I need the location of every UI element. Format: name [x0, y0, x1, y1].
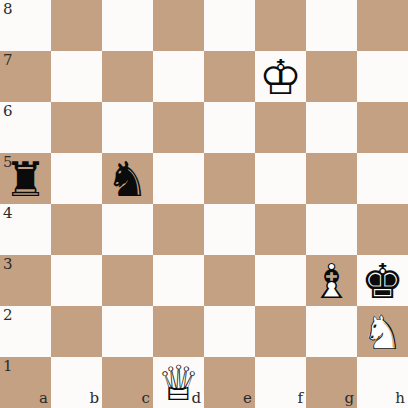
square-a6[interactable]: 6 — [0, 102, 51, 153]
rank-label-4: 4 — [3, 206, 13, 221]
square-c6[interactable] — [102, 102, 153, 153]
square-d6[interactable] — [153, 102, 204, 153]
square-f6[interactable] — [255, 102, 306, 153]
piece-white-king[interactable]: ♚♔ — [255, 51, 306, 102]
square-h3[interactable]: ♚ — [357, 255, 408, 306]
rank-label-2: 2 — [3, 308, 13, 323]
square-g4[interactable] — [306, 204, 357, 255]
square-d8[interactable] — [153, 0, 204, 51]
piece-black-king[interactable]: ♚ — [357, 255, 408, 306]
chess-diagram: 87♚♔65♜♞43♝♗♚2♞♘1abcd♛♕efgh — [0, 0, 408, 408]
square-c3[interactable] — [102, 255, 153, 306]
square-c2[interactable] — [102, 306, 153, 357]
square-h5[interactable] — [357, 153, 408, 204]
square-f5[interactable] — [255, 153, 306, 204]
square-b1[interactable]: b — [51, 357, 102, 408]
white-king-glyph-fill: ♚ — [255, 51, 306, 102]
square-b7[interactable] — [51, 51, 102, 102]
square-a1[interactable]: 1a — [0, 357, 51, 408]
square-c1[interactable]: c — [102, 357, 153, 408]
square-f4[interactable] — [255, 204, 306, 255]
square-b3[interactable] — [51, 255, 102, 306]
piece-black-knight[interactable]: ♞ — [102, 153, 153, 204]
square-a4[interactable]: 4 — [0, 204, 51, 255]
rank-label-7: 7 — [3, 53, 13, 68]
chess-board: 87♚♔65♜♞43♝♗♚2♞♘1abcd♛♕efgh — [0, 0, 408, 408]
square-c7[interactable] — [102, 51, 153, 102]
square-b8[interactable] — [51, 0, 102, 51]
square-g2[interactable] — [306, 306, 357, 357]
square-f8[interactable] — [255, 0, 306, 51]
square-c4[interactable] — [102, 204, 153, 255]
square-h7[interactable] — [357, 51, 408, 102]
square-f7[interactable]: ♚♔ — [255, 51, 306, 102]
square-e5[interactable] — [204, 153, 255, 204]
square-g1[interactable]: g — [306, 357, 357, 408]
rank-label-1: 1 — [3, 359, 13, 374]
file-label-f: f — [297, 391, 303, 406]
white-king-glyph-outline: ♔ — [255, 51, 306, 102]
square-d5[interactable] — [153, 153, 204, 204]
square-c8[interactable] — [102, 0, 153, 51]
white-bishop-glyph-fill: ♝ — [306, 255, 357, 306]
square-a5[interactable]: 5♜ — [0, 153, 51, 204]
square-e7[interactable] — [204, 51, 255, 102]
square-e1[interactable]: e — [204, 357, 255, 408]
square-h8[interactable] — [357, 0, 408, 51]
square-f2[interactable] — [255, 306, 306, 357]
white-bishop-glyph-outline: ♗ — [306, 255, 357, 306]
black-knight-glyph-fill: ♞ — [102, 153, 153, 204]
square-g7[interactable] — [306, 51, 357, 102]
square-d1[interactable]: d♛♕ — [153, 357, 204, 408]
square-b6[interactable] — [51, 102, 102, 153]
square-f3[interactable] — [255, 255, 306, 306]
file-label-b: b — [89, 391, 99, 406]
file-label-g: g — [344, 391, 354, 406]
square-d2[interactable] — [153, 306, 204, 357]
square-e2[interactable] — [204, 306, 255, 357]
white-knight-glyph-outline: ♘ — [357, 306, 408, 357]
square-h1[interactable]: h — [357, 357, 408, 408]
square-h2[interactable]: ♞♘ — [357, 306, 408, 357]
square-e4[interactable] — [204, 204, 255, 255]
square-b5[interactable] — [51, 153, 102, 204]
square-c5[interactable]: ♞ — [102, 153, 153, 204]
rank-label-8: 8 — [3, 2, 13, 17]
square-a3[interactable]: 3 — [0, 255, 51, 306]
square-d3[interactable] — [153, 255, 204, 306]
square-h4[interactable] — [357, 204, 408, 255]
piece-white-knight[interactable]: ♞♘ — [357, 306, 408, 357]
square-d7[interactable] — [153, 51, 204, 102]
rank-label-6: 6 — [3, 104, 13, 119]
square-e3[interactable] — [204, 255, 255, 306]
file-label-e: e — [243, 391, 252, 406]
square-b2[interactable] — [51, 306, 102, 357]
piece-black-rook[interactable]: ♜ — [0, 153, 51, 204]
rank-label-3: 3 — [3, 257, 13, 272]
black-king-glyph-fill: ♚ — [357, 255, 408, 306]
square-d4[interactable] — [153, 204, 204, 255]
piece-white-queen[interactable]: ♛♕ — [153, 357, 204, 408]
white-knight-glyph-fill: ♞ — [357, 306, 408, 357]
white-queen-glyph-fill: ♛ — [153, 357, 204, 408]
piece-white-bishop[interactable]: ♝♗ — [306, 255, 357, 306]
square-f1[interactable]: f — [255, 357, 306, 408]
square-a7[interactable]: 7 — [0, 51, 51, 102]
square-g8[interactable] — [306, 0, 357, 51]
square-g3[interactable]: ♝♗ — [306, 255, 357, 306]
square-g5[interactable] — [306, 153, 357, 204]
square-e8[interactable] — [204, 0, 255, 51]
square-a2[interactable]: 2 — [0, 306, 51, 357]
file-label-a: a — [39, 391, 48, 406]
square-a8[interactable]: 8 — [0, 0, 51, 51]
square-e6[interactable] — [204, 102, 255, 153]
square-b4[interactable] — [51, 204, 102, 255]
square-g6[interactable] — [306, 102, 357, 153]
black-rook-glyph-fill: ♜ — [0, 153, 51, 204]
square-h6[interactable] — [357, 102, 408, 153]
file-label-h: h — [395, 391, 405, 406]
file-label-c: c — [142, 391, 150, 406]
white-queen-glyph-outline: ♕ — [153, 357, 204, 408]
